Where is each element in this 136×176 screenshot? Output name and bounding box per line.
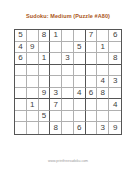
puzzle-title: Sudoku: Medium (Puzzle #A80) [0,13,136,20]
cell-r7c4-given: 7 [50,99,62,111]
cell-r6c2-empty [27,88,39,100]
cell-r2c5-empty [62,42,74,54]
cell-r6c5-empty [62,88,74,100]
cell-r1c1-given: 5 [15,30,27,42]
cell-r7c2-given: 1 [27,99,39,111]
sudoku-board: 5817649516138439346817458639 [14,29,122,135]
cell-r1c7-given: 7 [86,30,98,42]
cell-r4c6-empty [74,65,86,77]
cell-r7c6-empty [74,99,86,111]
cell-r3c3-given: 1 [39,53,51,65]
cell-r9c1-empty [15,122,27,134]
cell-r5c9-given: 3 [109,76,121,88]
cell-r2c2-given: 9 [27,42,39,54]
cell-r9c5-empty [62,122,74,134]
footer-url: www.printfreesudoku.com [0,159,136,164]
cell-r4c9-empty [109,65,121,77]
cell-r3c8-empty [97,53,109,65]
cell-r8c6-empty [74,111,86,123]
cell-r8c2-empty [27,111,39,123]
cell-r4c8-empty [97,65,109,77]
cell-r2c4-empty [50,42,62,54]
cell-r5c7-empty [86,76,98,88]
cell-r5c5-empty [62,76,74,88]
cell-r4c2-empty [27,65,39,77]
cell-r6c4-given: 3 [50,88,62,100]
cell-r7c7-empty [86,99,98,111]
cell-r6c8-given: 8 [97,88,109,100]
cell-r7c1-empty [15,99,27,111]
cell-r1c3-given: 8 [39,30,51,42]
cell-r4c3-empty [39,65,51,77]
cell-r1c8-empty [97,30,109,42]
cell-r4c5-empty [62,65,74,77]
cell-r2c8-given: 1 [97,42,109,54]
cell-r5c4-empty [50,76,62,88]
cell-r6c7-given: 6 [86,88,98,100]
cell-r3c7-empty [86,53,98,65]
cell-r8c9-empty [109,111,121,123]
cell-r3c4-empty [50,53,62,65]
cell-r4c7-empty [86,65,98,77]
cell-r5c6-empty [74,76,86,88]
cell-r3c9-given: 8 [109,53,121,65]
printable-sudoku-page: Sudoku: Medium (Puzzle #A80) 58176495161… [0,0,136,176]
cell-r1c6-empty [74,30,86,42]
cell-r9c8-given: 3 [97,122,109,134]
cell-r7c5-empty [62,99,74,111]
cell-r2c1-given: 4 [15,42,27,54]
cell-r4c1-empty [15,65,27,77]
cell-r7c3-empty [39,99,51,111]
cell-r5c8-given: 4 [97,76,109,88]
cell-r2c9-empty [109,42,121,54]
cell-r9c3-empty [39,122,51,134]
cell-r2c7-empty [86,42,98,54]
cell-r3c5-given: 3 [62,53,74,65]
cell-r8c1-empty [15,111,27,123]
cell-r2c3-empty [39,42,51,54]
cell-r5c1-empty [15,76,27,88]
cell-r3c6-empty [74,53,86,65]
cell-r2c6-given: 5 [74,42,86,54]
cell-r6c9-empty [109,88,121,100]
cell-r1c4-given: 1 [50,30,62,42]
cell-r8c4-empty [50,111,62,123]
cell-r8c5-empty [62,111,74,123]
cell-r9c4-given: 8 [50,122,62,134]
cell-r3c2-empty [27,53,39,65]
cell-r6c6-given: 4 [74,88,86,100]
cell-r9c9-given: 9 [109,122,121,134]
cell-r3c1-given: 6 [15,53,27,65]
cell-r1c9-given: 6 [109,30,121,42]
cell-r9c2-empty [27,122,39,134]
cell-r4c4-empty [50,65,62,77]
cell-r7c9-given: 4 [109,99,121,111]
cell-r8c8-empty [97,111,109,123]
cell-r1c2-empty [27,30,39,42]
cell-r5c2-empty [27,76,39,88]
cell-r6c1-empty [15,88,27,100]
cell-r6c3-given: 9 [39,88,51,100]
cell-r8c7-empty [86,111,98,123]
cell-r9c6-given: 6 [74,122,86,134]
cell-r9c7-empty [86,122,98,134]
cell-r7c8-empty [97,99,109,111]
cell-r5c3-empty [39,76,51,88]
cell-r8c3-given: 5 [39,111,51,123]
cell-r1c5-empty [62,30,74,42]
